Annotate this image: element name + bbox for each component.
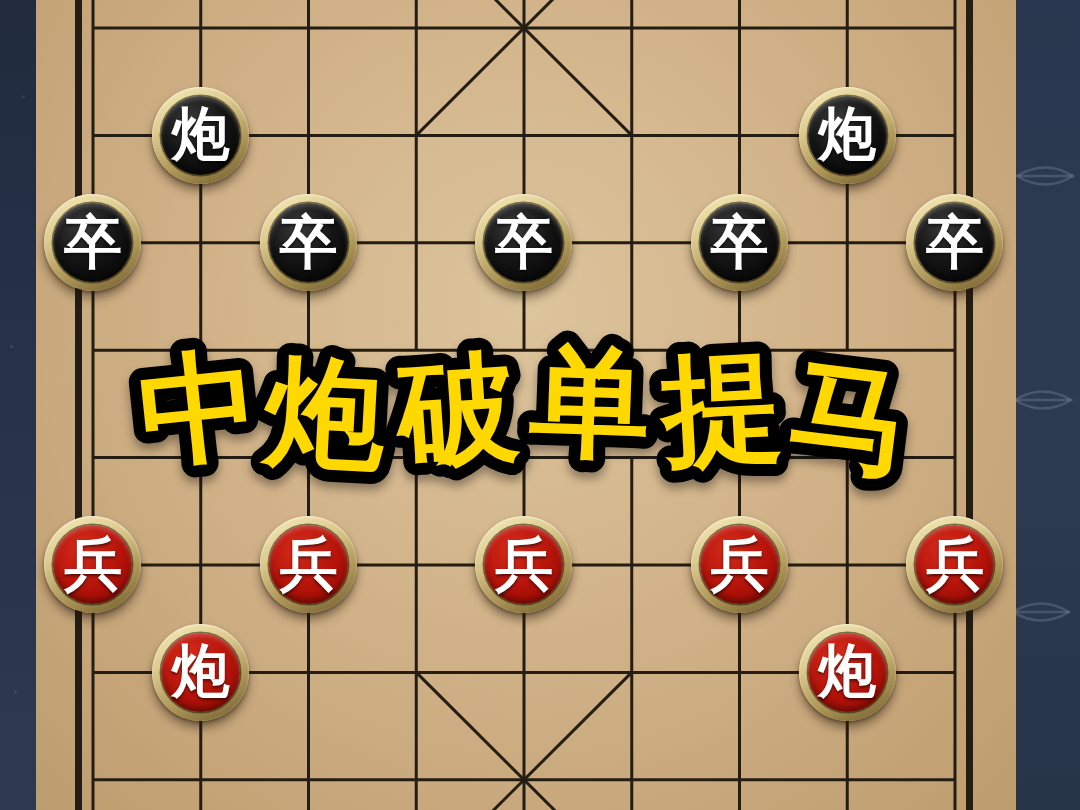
piece-glyph: 炮	[818, 642, 876, 700]
piece-face: 卒	[484, 203, 563, 282]
black-soldier-2[interactable]: 卒	[255, 189, 363, 296]
black-piece[interactable]: 卒	[475, 194, 572, 291]
piece-face: 炮	[808, 96, 887, 175]
piece-glyph: 炮	[818, 105, 876, 163]
piece-glyph: 卒	[926, 213, 984, 271]
black-piece[interactable]: 卒	[44, 194, 141, 291]
black-soldier-1[interactable]: 卒	[39, 189, 147, 296]
black-soldier-5[interactable]: 卒	[901, 189, 1009, 296]
red-piece[interactable]: 兵	[906, 516, 1003, 613]
piece-glyph: 炮	[172, 105, 230, 163]
black-piece[interactable]: 卒	[906, 194, 1003, 291]
red-piece[interactable]: 炮	[152, 624, 249, 721]
piece-glyph: 兵	[495, 535, 553, 593]
piece-glyph: 卒	[279, 213, 337, 271]
piece-glyph: 卒	[710, 213, 768, 271]
red-piece[interactable]: 兵	[691, 516, 788, 613]
piece-glyph: 兵	[710, 535, 768, 593]
black-cannon-left[interactable]: 炮	[147, 82, 255, 189]
black-piece[interactable]: 炮	[152, 87, 249, 184]
red-soldier-5[interactable]: 兵	[901, 511, 1009, 618]
right-sidebar	[1016, 0, 1080, 810]
red-cannon-left[interactable]: 炮	[147, 619, 255, 726]
piece-glyph: 兵	[926, 535, 984, 593]
video-frame: 炮炮卒卒卒卒卒兵兵兵兵兵炮炮 中 炮 破 单 提 马	[0, 0, 1080, 810]
red-soldier-3[interactable]: 兵	[470, 511, 578, 618]
piece-face: 卒	[53, 203, 132, 282]
pieces-layer: 炮炮卒卒卒卒卒兵兵兵兵兵炮炮	[39, 0, 1009, 810]
red-piece[interactable]: 兵	[44, 516, 141, 613]
star-dot	[14, 690, 17, 693]
red-soldier-4[interactable]: 兵	[686, 511, 794, 618]
piece-glyph: 卒	[64, 213, 122, 271]
piece-glyph: 兵	[64, 535, 122, 593]
red-piece[interactable]: 兵	[260, 516, 357, 613]
red-piece[interactable]: 兵	[475, 516, 572, 613]
piece-face: 卒	[700, 203, 779, 282]
piece-glyph: 卒	[495, 213, 553, 271]
black-piece[interactable]: 炮	[799, 87, 896, 184]
piece-glyph: 炮	[172, 642, 230, 700]
piece-face: 炮	[161, 96, 240, 175]
star-dot	[22, 95, 25, 98]
red-soldier-2[interactable]: 兵	[255, 511, 363, 618]
black-cannon-right[interactable]: 炮	[793, 82, 901, 189]
red-soldier-1[interactable]: 兵	[39, 511, 147, 618]
piece-face: 卒	[269, 203, 348, 282]
piece-glyph: 兵	[279, 535, 337, 593]
piece-face: 兵	[484, 525, 563, 604]
red-piece[interactable]: 炮	[799, 624, 896, 721]
black-piece[interactable]: 卒	[260, 194, 357, 291]
black-soldier-3[interactable]: 卒	[470, 189, 578, 296]
piece-face: 兵	[53, 525, 132, 604]
sidebar-watermarks	[1016, 0, 1080, 810]
star-dot	[10, 345, 13, 348]
piece-face: 兵	[700, 525, 779, 604]
piece-face: 卒	[915, 203, 994, 282]
red-cannon-right[interactable]: 炮	[793, 619, 901, 726]
black-piece[interactable]: 卒	[691, 194, 788, 291]
piece-face: 炮	[161, 633, 240, 712]
left-sidebar	[0, 0, 36, 810]
black-soldier-4[interactable]: 卒	[686, 189, 794, 296]
piece-face: 兵	[915, 525, 994, 604]
piece-face: 炮	[808, 633, 887, 712]
piece-face: 兵	[269, 525, 348, 604]
